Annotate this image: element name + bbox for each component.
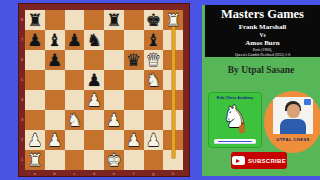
square-c1 [65,150,85,170]
vs-label: Vs [205,32,320,39]
square-f4 [124,90,144,110]
piece-white-pawn-g2: ♟ [144,130,164,150]
piece-black-pawn-a7: ♟ [25,30,45,50]
square-c8 [65,10,85,30]
piece-white-knight-c3: ♞ [65,110,85,130]
page-title: Masters Games [205,7,320,22]
rank-label-3: 3 [19,110,25,130]
title-box: Masters Games Frank Marshall Vs Amos Bur… [205,5,320,57]
file-label-g: g [144,171,164,177]
square-d2 [84,130,104,150]
square-e4 [104,90,124,110]
chess-board: ♜♜♚♜♟♝♟♞♝♟♛♛♟♞♟♞♟♟♟♟♟♜♚ 87654321abcdefgh [18,3,190,177]
piece-black-bishop-g7: ♝ [144,30,164,50]
file-label-c: c [65,171,85,177]
avatar-face [287,104,300,118]
square-g3 [144,110,164,130]
avatar-shirt [280,119,306,134]
piece-black-knight-d7: ♞ [84,30,104,50]
file-label-f: f [124,171,144,177]
board-squares: ♜♜♚♜♟♝♟♞♝♟♛♛♟♞♟♞♟♟♟♟♟♜♚ [25,10,183,170]
thumbnail-canvas: { "game": "chess", "position": { "fen": … [0,0,320,180]
piece-white-knight-g5: ♞ [144,70,164,90]
white-player-name: Frank Marshall [205,23,320,32]
rank-label-6: 6 [19,50,25,70]
piece-black-rook-a8: ♜ [25,10,45,30]
square-e6 [104,50,124,70]
square-f5 [124,70,144,90]
square-e5 [104,70,124,90]
author-byline: By Utpal Sasane [202,65,320,75]
square-a5 [25,70,45,90]
square-f7 [124,30,144,50]
square-d3 [84,110,104,130]
subscribe-button[interactable]: SUBSCRIBE [231,152,287,169]
piece-white-rook-h8: ♜ [163,10,183,30]
subscribe-label: SUBSCRIBE [248,158,286,164]
file-label-e: e [104,171,124,177]
youtube-play-icon [232,156,245,165]
file-label-b: b [45,171,65,177]
square-c4 [65,90,85,110]
square-c5 [65,70,85,90]
play-triangle-icon [236,159,240,163]
knight-logo-icon: ♞ [209,101,261,133]
rank-label-5: 5 [19,70,25,90]
photo-badge-icon [304,99,311,105]
file-label-d: d [84,171,104,177]
channel-logo: UTPAL CHESS [264,91,320,153]
square-c2 [65,130,85,150]
square-d6 [84,50,104,70]
rank-label-4: 4 [19,90,25,110]
piece-white-king-e1: ♚ [104,150,124,170]
square-b8 [45,10,65,30]
square-f8 [124,10,144,30]
opening-result-label: Queen's Gambit Declined (D55) 1-0 [205,53,320,58]
piece-white-pawn-e3: ♟ [104,110,124,130]
piece-black-king-g8: ♚ [144,10,164,30]
square-a4 [25,90,45,110]
author-avatar [273,97,313,134]
move-arrow-line [172,23,175,158]
square-f3 [124,110,144,130]
square-b5 [45,70,65,90]
square-a3 [25,110,45,130]
square-e7 [104,30,124,50]
square-d8 [84,10,104,30]
kid-figure-icon [239,125,245,133]
square-b4 [45,90,65,110]
black-player-name: Amos Burn [205,39,320,48]
piece-white-pawn-f2: ♟ [124,130,144,150]
piece-white-pawn-b2: ♟ [45,130,65,150]
square-g4 [144,90,164,110]
piece-black-rook-e8: ♜ [104,10,124,30]
piece-black-pawn-b6: ♟ [45,50,65,70]
square-f1 [124,150,144,170]
square-e2 [104,130,124,150]
square-a6 [25,50,45,70]
info-panel: Masters Games Frank Marshall Vs Amos Bur… [202,5,320,176]
academy-logo: Kids Chess Academy ♞ [208,92,262,148]
file-label-h: h [163,171,183,177]
file-label-a: a [25,171,45,177]
square-d1 [84,150,104,170]
piece-white-pawn-d4: ♟ [84,90,104,110]
piece-white-pawn-a2: ♟ [25,130,45,150]
channel-name: UTPAL CHESS [264,137,320,142]
square-b1 [45,150,65,170]
square-c6 [65,50,85,70]
academy-website-strip [214,139,256,144]
piece-white-rook-a1: ♜ [25,150,45,170]
square-b3 [45,110,65,130]
piece-black-bishop-b7: ♝ [45,30,65,50]
square-g1 [144,150,164,170]
piece-black-pawn-c7: ♟ [65,30,85,50]
piece-black-pawn-d5: ♟ [84,70,104,90]
piece-white-queen-g6: ♛ [144,50,164,70]
piece-black-queen-f6: ♛ [124,50,144,70]
